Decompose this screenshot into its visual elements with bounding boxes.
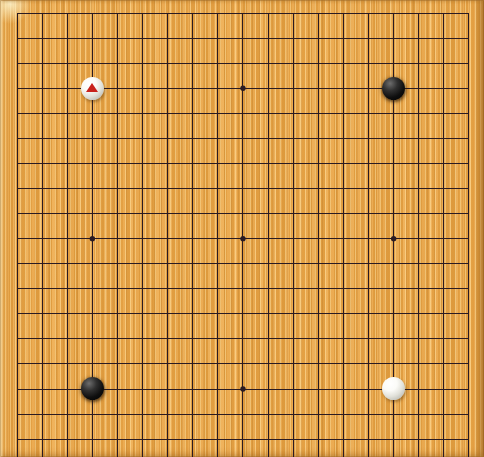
stones-layer [4, 0, 481, 457]
white-stone-Q4[interactable] [382, 377, 405, 400]
go-board[interactable] [0, 0, 484, 457]
white-stone-D16[interactable] [81, 77, 104, 100]
black-stone-D4[interactable] [81, 377, 104, 400]
last-move-triangle-marker-icon [86, 83, 98, 92]
black-stone-Q16[interactable] [382, 77, 405, 100]
